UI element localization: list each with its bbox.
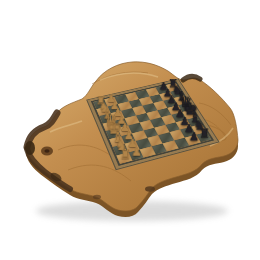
chess-board: ♜♟♟♜♞♟♟♞♝♟♟♝♛♟♟♛♚♟♟♚♝♟♟♝♞♟♟♞♜♟♟♜ bbox=[91, 81, 214, 166]
chess-piece-white-pawn[interactable]: ♟ bbox=[131, 147, 142, 157]
chess-piece-black-pawn[interactable]: ♟ bbox=[188, 132, 198, 142]
board-square[interactable]: ♟ bbox=[185, 134, 201, 145]
board-perspective-layer: ♜♟♟♜♞♟♟♞♝♟♟♝♛♟♟♛♚♟♟♚♝♟♟♝♞♟♟♞♜♟♟♜ bbox=[0, 0, 260, 260]
board-square[interactable]: ♜ bbox=[116, 152, 132, 164]
chess-piece-white-rook[interactable]: ♜ bbox=[119, 149, 131, 160]
chess-set-photo: ♜♟♟♜♞♟♟♞♝♟♟♝♛♟♟♛♚♟♟♚♝♟♟♝♞♟♟♞♜♟♟♜ bbox=[0, 0, 260, 260]
chess-piece-black-rook[interactable]: ♜ bbox=[199, 128, 210, 139]
